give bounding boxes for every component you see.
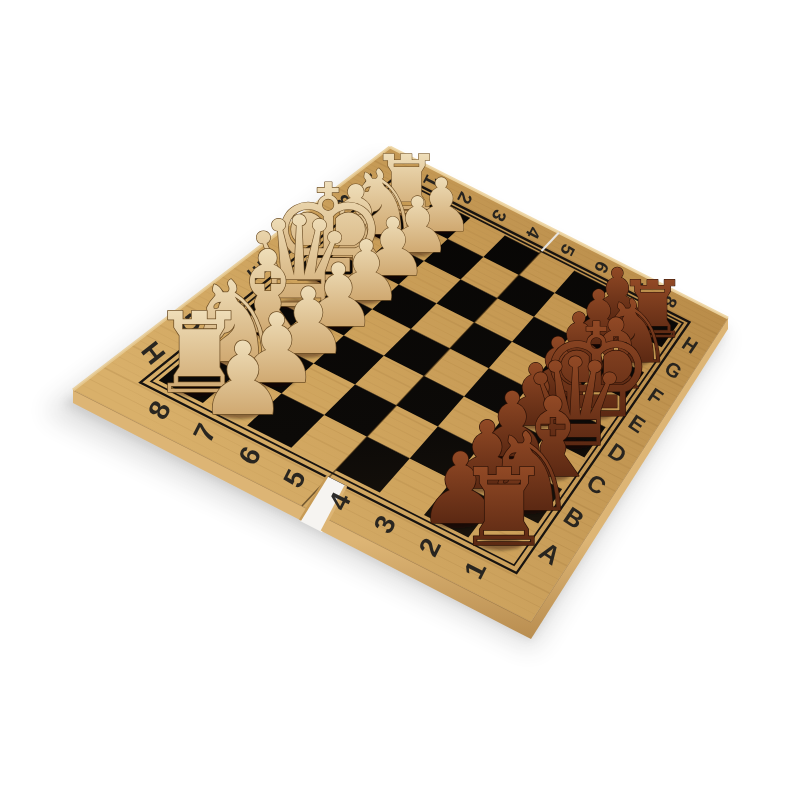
piece-white-P-a2[interactable]: ♟ <box>198 321 288 438</box>
chess-board: 1234567887654321ABCDEFGHHGFEDCBA♜♟♞♟♝♟♚♟… <box>0 0 800 800</box>
piece-black-R-a8[interactable]: ♜ <box>456 445 552 570</box>
product-photo: 1234567887654321ABCDEFGHHGFEDCBA♜♟♞♟♝♟♚♟… <box>0 0 800 800</box>
